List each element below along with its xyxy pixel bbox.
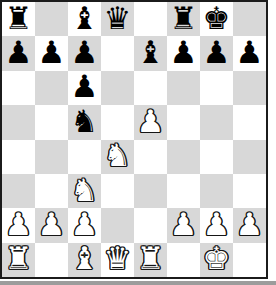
square-h6[interactable] — [233, 71, 266, 105]
piece-white-knight: ♞ — [104, 140, 132, 171]
piece-black-knight: ♞ — [71, 106, 99, 137]
square-b5[interactable] — [35, 105, 68, 139]
piece-black-pawn: ♟ — [38, 37, 66, 68]
square-d5[interactable] — [101, 105, 134, 139]
square-b2[interactable]: ♟ — [35, 208, 68, 242]
piece-white-bishop: ♝ — [71, 243, 99, 274]
square-e3[interactable] — [134, 174, 167, 208]
square-d8[interactable]: ♛ — [101, 2, 134, 36]
piece-black-bishop: ♝ — [137, 37, 165, 68]
square-f5[interactable] — [167, 105, 200, 139]
square-c7[interactable]: ♟ — [68, 36, 101, 70]
piece-white-pawn: ♟ — [236, 209, 264, 240]
square-h2[interactable]: ♟ — [233, 208, 266, 242]
piece-white-king: ♚ — [203, 243, 231, 274]
square-h3[interactable] — [233, 174, 266, 208]
square-f3[interactable] — [167, 174, 200, 208]
chess-board: ♜♝♛♜♚♟♟♟♝♟♟♟♟♞♟♞♞♟♟♟♟♟♟♜♝♛♜♚ — [2, 2, 266, 277]
square-a4[interactable] — [2, 140, 35, 174]
square-b8[interactable] — [35, 2, 68, 36]
square-e4[interactable] — [134, 140, 167, 174]
square-f6[interactable] — [167, 71, 200, 105]
square-b7[interactable]: ♟ — [35, 36, 68, 70]
square-c8[interactable]: ♝ — [68, 2, 101, 36]
square-d7[interactable] — [101, 36, 134, 70]
square-a5[interactable] — [2, 105, 35, 139]
piece-white-pawn: ♟ — [137, 106, 165, 137]
square-h5[interactable] — [233, 105, 266, 139]
square-e5[interactable]: ♟ — [134, 105, 167, 139]
square-c6[interactable]: ♟ — [68, 71, 101, 105]
piece-white-pawn: ♟ — [71, 209, 99, 240]
piece-white-rook: ♜ — [5, 243, 33, 274]
square-a1[interactable]: ♜ — [2, 243, 35, 277]
square-c1[interactable]: ♝ — [68, 243, 101, 277]
piece-black-king: ♚ — [203, 3, 231, 34]
square-h1[interactable] — [233, 243, 266, 277]
piece-white-knight: ♞ — [71, 175, 99, 206]
square-c5[interactable]: ♞ — [68, 105, 101, 139]
piece-black-pawn: ♟ — [71, 37, 99, 68]
square-g2[interactable]: ♟ — [200, 208, 233, 242]
piece-black-pawn: ♟ — [71, 71, 99, 102]
chess-diagram: ♜♝♛♜♚♟♟♟♝♟♟♟♟♞♟♞♞♟♟♟♟♟♟♜♝♛♜♚ — [0, 0, 276, 285]
piece-white-rook: ♜ — [137, 243, 165, 274]
square-h7[interactable]: ♟ — [233, 36, 266, 70]
square-e8[interactable] — [134, 2, 167, 36]
square-f4[interactable] — [167, 140, 200, 174]
piece-black-pawn: ♟ — [236, 37, 264, 68]
square-d3[interactable] — [101, 174, 134, 208]
square-e6[interactable] — [134, 71, 167, 105]
square-a3[interactable] — [2, 174, 35, 208]
square-d4[interactable]: ♞ — [101, 140, 134, 174]
square-e2[interactable] — [134, 208, 167, 242]
square-g8[interactable]: ♚ — [200, 2, 233, 36]
piece-white-pawn: ♟ — [170, 209, 198, 240]
piece-black-rook: ♜ — [170, 3, 198, 34]
piece-black-queen: ♛ — [104, 3, 132, 34]
piece-white-pawn: ♟ — [38, 209, 66, 240]
square-e1[interactable]: ♜ — [134, 243, 167, 277]
square-g1[interactable]: ♚ — [200, 243, 233, 277]
square-d1[interactable]: ♛ — [101, 243, 134, 277]
square-h8[interactable] — [233, 2, 266, 36]
square-c2[interactable]: ♟ — [68, 208, 101, 242]
piece-black-pawn: ♟ — [5, 37, 33, 68]
square-f7[interactable]: ♟ — [167, 36, 200, 70]
piece-black-bishop: ♝ — [71, 3, 99, 34]
piece-white-pawn: ♟ — [5, 209, 33, 240]
square-c3[interactable]: ♞ — [68, 174, 101, 208]
square-g5[interactable] — [200, 105, 233, 139]
square-f2[interactable]: ♟ — [167, 208, 200, 242]
square-b1[interactable] — [35, 243, 68, 277]
square-a8[interactable]: ♜ — [2, 2, 35, 36]
square-f1[interactable] — [167, 243, 200, 277]
square-c4[interactable] — [68, 140, 101, 174]
piece-black-rook: ♜ — [5, 3, 33, 34]
square-g3[interactable] — [200, 174, 233, 208]
piece-black-pawn: ♟ — [170, 37, 198, 68]
square-a6[interactable] — [2, 71, 35, 105]
square-g6[interactable] — [200, 71, 233, 105]
square-g7[interactable]: ♟ — [200, 36, 233, 70]
square-d6[interactable] — [101, 71, 134, 105]
square-g4[interactable] — [200, 140, 233, 174]
square-b6[interactable] — [35, 71, 68, 105]
piece-white-pawn: ♟ — [203, 209, 231, 240]
square-d2[interactable] — [101, 208, 134, 242]
square-b3[interactable] — [35, 174, 68, 208]
square-f8[interactable]: ♜ — [167, 2, 200, 36]
square-h4[interactable] — [233, 140, 266, 174]
square-a2[interactable]: ♟ — [2, 208, 35, 242]
square-b4[interactable] — [35, 140, 68, 174]
square-a7[interactable]: ♟ — [2, 36, 35, 70]
piece-black-pawn: ♟ — [203, 37, 231, 68]
piece-white-queen: ♛ — [104, 243, 132, 274]
board-bottom-edge — [0, 281, 276, 285]
board-frame: ♜♝♛♜♚♟♟♟♝♟♟♟♟♞♟♞♞♟♟♟♟♟♟♜♝♛♜♚ — [0, 0, 268, 279]
square-e7[interactable]: ♝ — [134, 36, 167, 70]
